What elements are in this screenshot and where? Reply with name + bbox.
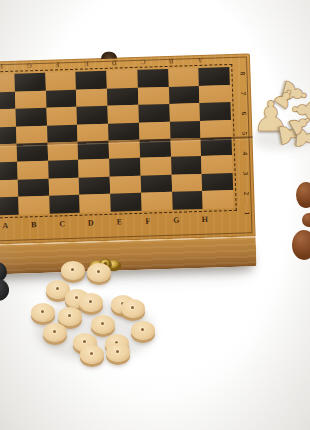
- square-e1: [110, 193, 141, 212]
- square-g8: [168, 68, 199, 87]
- square-e3: [109, 158, 140, 177]
- square-f8: [137, 69, 168, 88]
- square-h7: [199, 85, 230, 104]
- file-label-a: A: [0, 219, 20, 231]
- square-e5: [108, 123, 139, 142]
- file-label-e: E: [105, 216, 134, 228]
- square-c3: [48, 160, 79, 179]
- square-h1: [202, 190, 233, 209]
- checker-disc: [106, 343, 130, 362]
- checker-disc: [87, 263, 111, 282]
- square-a6: [0, 109, 16, 128]
- dark-chess-piece: [296, 182, 310, 208]
- rank-label-5: 5: [233, 126, 253, 141]
- square-b7: [15, 90, 46, 109]
- square-d3: [78, 159, 109, 178]
- checker-disc: [79, 293, 103, 312]
- square-c2: [48, 177, 79, 196]
- checker-disc: [31, 303, 55, 322]
- square-f5: [139, 122, 170, 141]
- square-e2: [110, 175, 141, 194]
- square-g6: [169, 103, 200, 122]
- folding-chess-board: HGFEDCBA 87654321 ABCDEFGH: [0, 53, 257, 274]
- square-c8: [45, 72, 76, 91]
- square-f7: [138, 87, 169, 106]
- square-g4: [170, 138, 201, 157]
- square-b8: [14, 73, 45, 92]
- rank-label-8: 8: [231, 66, 251, 81]
- checker-disc: [91, 315, 115, 334]
- rank-label-3: 3: [234, 166, 254, 181]
- square-f1: [141, 192, 172, 211]
- file-label-g: G: [162, 214, 191, 226]
- square-g7: [168, 86, 199, 105]
- square-g1: [172, 191, 203, 210]
- rank-label-7: 7: [232, 86, 252, 101]
- square-g3: [171, 156, 202, 175]
- square-c6: [46, 107, 77, 126]
- square-a4: [0, 144, 17, 163]
- square-f4: [139, 139, 170, 158]
- square-h8: [199, 67, 230, 86]
- square-f3: [140, 157, 171, 176]
- square-d6: [77, 106, 108, 125]
- square-b3: [17, 161, 48, 180]
- square-f2: [140, 174, 171, 193]
- checker-disc: [121, 299, 145, 318]
- checker-disc: [58, 307, 82, 326]
- file-label-c: C: [48, 218, 77, 230]
- file-label-b: B: [19, 219, 48, 231]
- file-label-d: D: [76, 217, 105, 229]
- dark-chess-piece: [292, 230, 310, 260]
- board-grid: [0, 67, 234, 215]
- square-a8: [0, 74, 15, 93]
- dark-chess-piece: [302, 213, 310, 227]
- rank-label-2: 2: [235, 186, 255, 201]
- square-e4: [109, 140, 140, 159]
- square-e7: [107, 87, 138, 106]
- square-d7: [76, 88, 107, 107]
- square-h3: [201, 155, 232, 174]
- checker-disc: [80, 345, 104, 364]
- checker-disc: [61, 261, 85, 280]
- checker-disc: [43, 323, 67, 342]
- square-a5: [0, 127, 16, 146]
- square-c5: [47, 125, 78, 144]
- rank-label-4: 4: [234, 146, 254, 161]
- file-label-h: H: [190, 213, 219, 225]
- square-c1: [49, 195, 80, 214]
- board-play-area: [0, 64, 237, 219]
- square-d5: [77, 124, 108, 143]
- square-b1: [18, 196, 49, 215]
- board-surface: HGFEDCBA 87654321 ABCDEFGH: [0, 53, 256, 244]
- square-e8: [106, 70, 137, 89]
- black-chess-piece: [0, 279, 9, 301]
- file-label-f: F: [133, 215, 162, 227]
- square-g5: [169, 121, 200, 140]
- square-c4: [47, 142, 78, 161]
- rank-label-1: 1: [236, 206, 256, 221]
- square-d4: [78, 141, 109, 160]
- square-a7: [0, 91, 15, 110]
- square-d1: [79, 194, 110, 213]
- rank-label-6: 6: [233, 106, 253, 121]
- square-d8: [76, 71, 107, 90]
- square-h5: [200, 120, 231, 139]
- square-b6: [15, 108, 46, 127]
- square-g2: [171, 173, 202, 192]
- square-c7: [45, 89, 76, 108]
- checker-disc: [131, 321, 155, 340]
- square-b5: [16, 126, 47, 145]
- product-photo-frame: HGFEDCBA 87654321 ABCDEFGH: [0, 0, 310, 430]
- square-a3: [0, 162, 17, 181]
- square-h4: [201, 137, 232, 156]
- square-b2: [17, 178, 48, 197]
- square-a1: [0, 197, 19, 216]
- square-e6: [107, 105, 138, 124]
- square-d2: [79, 176, 110, 195]
- square-f6: [138, 104, 169, 123]
- rank-labels-right: 87654321: [234, 63, 253, 223]
- square-h2: [202, 172, 233, 191]
- square-a2: [0, 179, 18, 198]
- square-b4: [16, 143, 47, 162]
- square-h6: [200, 102, 231, 121]
